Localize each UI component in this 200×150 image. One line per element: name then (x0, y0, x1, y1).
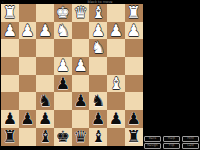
square-g5[interactable] (19, 75, 37, 93)
square-f2[interactable]: ♟ (36, 22, 54, 40)
square-h3[interactable] (1, 39, 19, 57)
square-c6[interactable]: ♞ (89, 92, 107, 110)
square-a4[interactable] (125, 57, 143, 75)
square-e2[interactable]: ♞ (54, 22, 72, 40)
black-pawn: ♟ (56, 75, 70, 93)
white-pawn: ♟ (109, 22, 123, 40)
square-d1[interactable]: ♛ (72, 4, 90, 22)
square-f1[interactable] (36, 4, 54, 22)
black-bishop: ♝ (38, 128, 52, 146)
square-b3[interactable] (107, 39, 125, 57)
white-pawn: ♟ (126, 22, 140, 40)
black-pawn: ♟ (91, 110, 105, 128)
white-bishop: ♝ (91, 4, 105, 22)
black-bishop: ♝ (91, 128, 105, 146)
square-b6[interactable] (107, 92, 125, 110)
square-e6[interactable] (54, 92, 72, 110)
square-a1[interactable]: ♜ (125, 4, 143, 22)
white-pawn: ♟ (56, 57, 70, 75)
square-c5[interactable] (89, 75, 107, 93)
button-panel: Back Help Hint Resign Flip Last (144, 136, 199, 149)
square-e7[interactable] (54, 110, 72, 128)
square-d8[interactable]: ♛ (72, 128, 90, 146)
square-d5[interactable] (72, 75, 90, 93)
white-knight: ♞ (91, 39, 105, 57)
square-b1[interactable] (107, 4, 125, 22)
square-h7[interactable]: ♟ (1, 110, 19, 128)
white-pawn: ♟ (91, 22, 105, 40)
square-h8[interactable]: ♜ (1, 128, 19, 146)
black-knight: ♞ (91, 92, 105, 110)
square-d2[interactable] (72, 22, 90, 40)
flip-button[interactable]: Flip (163, 143, 180, 149)
black-knight: ♞ (38, 92, 52, 110)
white-bishop: ♝ (109, 75, 123, 93)
black-king: ♚ (56, 128, 70, 146)
square-c8[interactable]: ♝ (89, 128, 107, 146)
square-c7[interactable]: ♟ (89, 110, 107, 128)
square-g2[interactable]: ♟ (19, 22, 37, 40)
black-pawn: ♟ (73, 92, 87, 110)
square-b2[interactable]: ♟ (107, 22, 125, 40)
square-f8[interactable]: ♝ (36, 128, 54, 146)
white-knight: ♞ (56, 22, 70, 40)
square-f6[interactable]: ♞ (36, 92, 54, 110)
square-f7[interactable]: ♟ (36, 110, 54, 128)
square-g4[interactable] (19, 57, 37, 75)
square-c4[interactable] (89, 57, 107, 75)
black-pawn: ♟ (126, 110, 140, 128)
square-g1[interactable] (19, 4, 37, 22)
square-a7[interactable]: ♟ (125, 110, 143, 128)
hint-button[interactable]: Hint (182, 136, 199, 142)
square-c1[interactable]: ♝ (89, 4, 107, 22)
white-king: ♚ (56, 4, 70, 22)
square-f5[interactable] (36, 75, 54, 93)
square-b7[interactable]: ♟ (107, 110, 125, 128)
square-g8[interactable] (19, 128, 37, 146)
square-b4[interactable] (107, 57, 125, 75)
white-rook: ♜ (126, 4, 140, 22)
square-e1[interactable]: ♚ (54, 4, 72, 22)
black-pawn: ♟ (3, 110, 17, 128)
square-a8[interactable]: ♜ (125, 128, 143, 146)
square-f3[interactable] (36, 39, 54, 57)
square-e5[interactable]: ♟ (54, 75, 72, 93)
square-a3[interactable] (125, 39, 143, 57)
square-a5[interactable] (125, 75, 143, 93)
square-d7[interactable] (72, 110, 90, 128)
white-pawn: ♟ (38, 22, 52, 40)
square-d6[interactable]: ♟ (72, 92, 90, 110)
square-e4[interactable]: ♟ (54, 57, 72, 75)
black-pawn: ♟ (109, 110, 123, 128)
square-b8[interactable] (107, 128, 125, 146)
square-c3[interactable]: ♞ (89, 39, 107, 57)
square-g7[interactable]: ♟ (19, 110, 37, 128)
white-queen: ♛ (73, 4, 87, 22)
back-button[interactable]: Back (144, 136, 161, 142)
last-button[interactable]: Last (182, 143, 199, 149)
square-d3[interactable] (72, 39, 90, 57)
square-a6[interactable] (125, 92, 143, 110)
white-pawn: ♟ (20, 22, 34, 40)
white-pawn: ♟ (3, 22, 17, 40)
chess-board: ♜♚♛♝♜♟♟♟♞♟♟♟♞♟♟♟♝♞♟♞♟♟♟♟♟♟♜♝♚♛♝♜ (1, 4, 143, 146)
square-e3[interactable] (54, 39, 72, 57)
square-f4[interactable] (36, 57, 54, 75)
square-a2[interactable]: ♟ (125, 22, 143, 40)
resign-button[interactable]: Resign (144, 143, 161, 149)
help-button[interactable]: Help (163, 136, 180, 142)
square-h1[interactable]: ♜ (1, 4, 19, 22)
square-d4[interactable]: ♟ (72, 57, 90, 75)
square-g3[interactable] (19, 39, 37, 57)
white-pawn: ♟ (73, 57, 87, 75)
black-pawn: ♟ (20, 110, 34, 128)
black-rook: ♜ (3, 128, 17, 146)
square-b5[interactable]: ♝ (107, 75, 125, 93)
black-queen: ♛ (73, 128, 87, 146)
white-rook: ♜ (3, 4, 17, 22)
square-e8[interactable]: ♚ (54, 128, 72, 146)
black-pawn: ♟ (38, 110, 52, 128)
black-rook: ♜ (126, 128, 140, 146)
square-c2[interactable]: ♟ (89, 22, 107, 40)
square-g6[interactable] (19, 92, 37, 110)
square-h5[interactable] (1, 75, 19, 93)
square-h4[interactable] (1, 57, 19, 75)
square-h2[interactable]: ♟ (1, 22, 19, 40)
square-h6[interactable] (1, 92, 19, 110)
